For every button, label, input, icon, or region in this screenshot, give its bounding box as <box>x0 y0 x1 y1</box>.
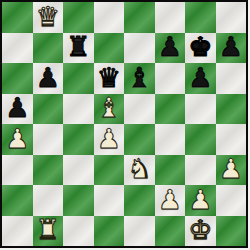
piece-white-pawn: ♟ <box>188 186 212 213</box>
square-c5[interactable] <box>63 94 94 125</box>
square-g6[interactable]: ♟ <box>185 63 216 94</box>
square-b4[interactable] <box>33 124 64 155</box>
square-g7[interactable]: ♚ <box>185 33 216 64</box>
piece-black-king: ♚ <box>188 33 212 60</box>
square-h1[interactable] <box>216 216 247 247</box>
square-b7[interactable] <box>33 33 64 64</box>
square-d1[interactable] <box>94 216 125 247</box>
piece-black-pawn: ♟ <box>158 33 182 60</box>
square-e7[interactable] <box>124 33 155 64</box>
square-h5[interactable] <box>216 94 247 125</box>
piece-white-rook: ♜ <box>36 216 60 243</box>
square-c2[interactable] <box>63 185 94 216</box>
piece-white-queen: ♛ <box>36 3 60 30</box>
square-d4[interactable]: ♟ <box>94 124 125 155</box>
square-c7[interactable]: ♜ <box>63 33 94 64</box>
square-b5[interactable] <box>33 94 64 125</box>
square-d5[interactable]: ♝ <box>94 94 125 125</box>
square-g3[interactable] <box>185 155 216 186</box>
square-g4[interactable] <box>185 124 216 155</box>
square-g2[interactable]: ♟ <box>185 185 216 216</box>
piece-black-pawn: ♟ <box>219 33 243 60</box>
square-a7[interactable] <box>2 33 33 64</box>
piece-white-pawn: ♟ <box>5 125 29 152</box>
square-d7[interactable] <box>94 33 125 64</box>
square-e2[interactable] <box>124 185 155 216</box>
square-a6[interactable] <box>2 63 33 94</box>
square-f5[interactable] <box>155 94 186 125</box>
square-c8[interactable] <box>63 2 94 33</box>
square-b6[interactable]: ♟ <box>33 63 64 94</box>
piece-white-pawn: ♟ <box>219 155 243 182</box>
square-b2[interactable] <box>33 185 64 216</box>
square-a3[interactable] <box>2 155 33 186</box>
square-a4[interactable]: ♟ <box>2 124 33 155</box>
square-e5[interactable] <box>124 94 155 125</box>
piece-white-pawn: ♟ <box>97 125 121 152</box>
square-g5[interactable] <box>185 94 216 125</box>
square-a8[interactable] <box>2 2 33 33</box>
piece-white-king: ♚ <box>188 216 212 243</box>
chess-board-frame: ♛♜♟♚♟♟♛♝♟♟♝♟♟♞♟♟♟♜♚ <box>0 0 248 248</box>
piece-white-bishop: ♝ <box>97 94 121 121</box>
square-f8[interactable] <box>155 2 186 33</box>
square-b3[interactable] <box>33 155 64 186</box>
piece-black-pawn: ♟ <box>5 94 29 121</box>
square-a2[interactable] <box>2 185 33 216</box>
square-e4[interactable] <box>124 124 155 155</box>
square-f3[interactable] <box>155 155 186 186</box>
piece-white-pawn: ♟ <box>158 186 182 213</box>
square-b1[interactable]: ♜ <box>33 216 64 247</box>
square-g8[interactable] <box>185 2 216 33</box>
square-e6[interactable]: ♝ <box>124 63 155 94</box>
chess-board: ♛♜♟♚♟♟♛♝♟♟♝♟♟♞♟♟♟♜♚ <box>2 2 246 246</box>
square-c3[interactable] <box>63 155 94 186</box>
square-f6[interactable] <box>155 63 186 94</box>
square-a5[interactable]: ♟ <box>2 94 33 125</box>
square-a1[interactable] <box>2 216 33 247</box>
piece-black-rook: ♜ <box>66 33 90 60</box>
piece-black-bishop: ♝ <box>127 64 151 91</box>
square-h6[interactable] <box>216 63 247 94</box>
square-c1[interactable] <box>63 216 94 247</box>
square-f4[interactable] <box>155 124 186 155</box>
chess-app-background: ♛♜♟♚♟♟♛♝♟♟♝♟♟♞♟♟♟♜♚ <box>0 0 250 250</box>
square-h4[interactable] <box>216 124 247 155</box>
square-d8[interactable] <box>94 2 125 33</box>
piece-white-knight: ♞ <box>127 155 151 182</box>
square-c4[interactable] <box>63 124 94 155</box>
square-h7[interactable]: ♟ <box>216 33 247 64</box>
square-f2[interactable]: ♟ <box>155 185 186 216</box>
piece-black-pawn: ♟ <box>188 64 212 91</box>
square-d6[interactable]: ♛ <box>94 63 125 94</box>
square-b8[interactable]: ♛ <box>33 2 64 33</box>
square-f1[interactable] <box>155 216 186 247</box>
square-e1[interactable] <box>124 216 155 247</box>
square-g1[interactable]: ♚ <box>185 216 216 247</box>
square-c6[interactable] <box>63 63 94 94</box>
square-h2[interactable] <box>216 185 247 216</box>
piece-black-queen: ♛ <box>97 64 121 91</box>
square-f7[interactable]: ♟ <box>155 33 186 64</box>
square-h3[interactable]: ♟ <box>216 155 247 186</box>
square-h8[interactable] <box>216 2 247 33</box>
square-d2[interactable] <box>94 185 125 216</box>
square-e3[interactable]: ♞ <box>124 155 155 186</box>
piece-black-pawn: ♟ <box>36 64 60 91</box>
square-e8[interactable] <box>124 2 155 33</box>
square-d3[interactable] <box>94 155 125 186</box>
